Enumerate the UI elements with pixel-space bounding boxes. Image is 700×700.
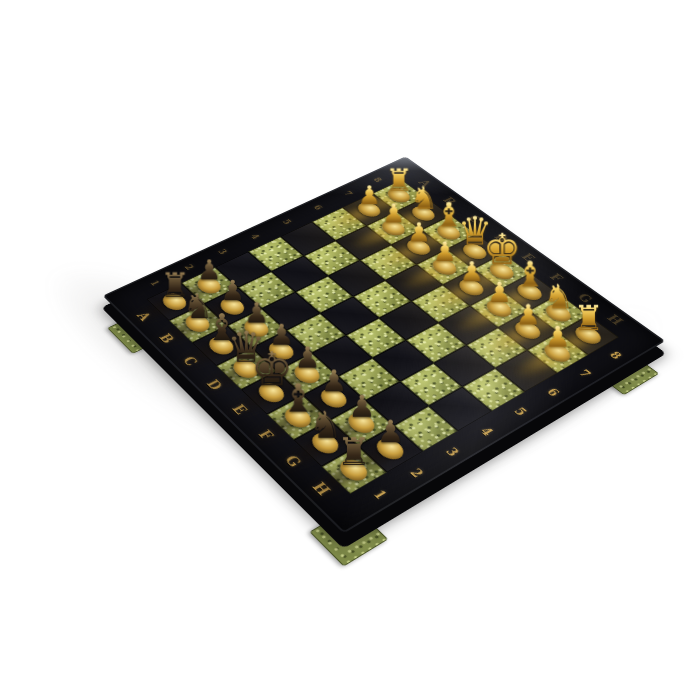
photo-of-stone-chess-set: ABCDEFGH ABCDEFGH 87654321 87654321 ♜♞♝♛… [0,0,700,700]
board-foot-near-corner [309,506,388,567]
board-foot-right-corner [588,347,659,395]
piece-billboard: ♜ [315,384,393,469]
piece-white-bronze-rook-h1[interactable]: ♜ [321,446,387,494]
pawn-glyph: ♟ [545,324,571,351]
rook-glyph: ♜ [337,433,371,469]
scene: ABCDEFGH ABCDEFGH 87654321 87654321 ♜♞♝♛… [0,0,700,700]
piece-billboard: ♟ [522,274,594,352]
chess-board: ABCDEFGH ABCDEFGH 87654321 87654321 ♜♞♝♛… [103,157,666,534]
